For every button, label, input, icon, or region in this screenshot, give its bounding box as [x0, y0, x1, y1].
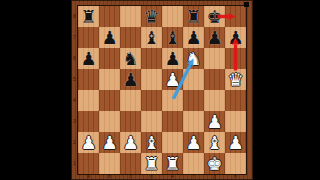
white-rook[interactable]: ♜ [162, 153, 183, 174]
square-g7[interactable]: ♟ [204, 27, 225, 48]
square-e3[interactable] [162, 111, 183, 132]
square-a4[interactable] [78, 90, 99, 111]
square-g8[interactable]: ♚ [204, 6, 225, 27]
square-f5[interactable] [183, 69, 204, 90]
rank-label-6: 6 [72, 56, 77, 61]
square-g2[interactable]: ♝ [204, 132, 225, 153]
square-b6[interactable] [99, 48, 120, 69]
black-rook[interactable]: ♜ [78, 6, 99, 27]
square-h5[interactable]: ♛ [225, 69, 246, 90]
rank-label-7: 7 [72, 35, 77, 40]
square-d2[interactable]: ♝ [141, 132, 162, 153]
black-bishop[interactable]: ♝ [162, 27, 183, 48]
rank-label-8: 8 [72, 14, 77, 19]
white-bishop[interactable]: ♝ [141, 132, 162, 153]
rank-label-2: 2 [72, 140, 77, 145]
black-pawn[interactable]: ♟ [162, 48, 183, 69]
square-b1[interactable] [99, 153, 120, 174]
corner-marker [244, 2, 249, 7]
square-b4[interactable] [99, 90, 120, 111]
square-b8[interactable] [99, 6, 120, 27]
square-d4[interactable] [141, 90, 162, 111]
file-label-a: a [78, 174, 99, 179]
file-label-c: c [120, 174, 141, 179]
square-g1[interactable]: ♚ [204, 153, 225, 174]
square-f2[interactable]: ♟ [183, 132, 204, 153]
square-f1[interactable] [183, 153, 204, 174]
white-rook[interactable]: ♜ [141, 153, 162, 174]
square-f6[interactable]: ♞ [183, 48, 204, 69]
white-pawn[interactable]: ♟ [99, 132, 120, 153]
rank-label-3: 3 [72, 119, 77, 124]
rank-label-4: 4 [72, 98, 77, 103]
square-a3[interactable] [78, 111, 99, 132]
video-frame: ♜♛♜♚♟♝♝♟♟♟♟♞♟♞♟♟♛♟♟♟♟♝♟♝♟♜♜♚ 87654321abc… [0, 0, 320, 180]
black-pawn[interactable]: ♟ [225, 27, 246, 48]
white-king[interactable]: ♚ [204, 153, 225, 174]
file-label-f: f [183, 174, 204, 179]
square-a5[interactable] [78, 69, 99, 90]
square-c1[interactable] [120, 153, 141, 174]
square-d1[interactable]: ♜ [141, 153, 162, 174]
square-e7[interactable]: ♝ [162, 27, 183, 48]
square-e6[interactable]: ♟ [162, 48, 183, 69]
square-d7[interactable]: ♝ [141, 27, 162, 48]
square-f8[interactable]: ♜ [183, 6, 204, 27]
square-e1[interactable]: ♜ [162, 153, 183, 174]
black-rook[interactable]: ♜ [183, 6, 204, 27]
square-b7[interactable]: ♟ [99, 27, 120, 48]
black-pawn[interactable]: ♟ [204, 27, 225, 48]
square-a7[interactable] [78, 27, 99, 48]
square-e8[interactable] [162, 6, 183, 27]
white-queen[interactable]: ♛ [225, 69, 246, 90]
square-c8[interactable] [120, 6, 141, 27]
square-a6[interactable]: ♟ [78, 48, 99, 69]
square-g4[interactable] [204, 90, 225, 111]
square-a8[interactable]: ♜ [78, 6, 99, 27]
square-c7[interactable] [120, 27, 141, 48]
square-h2[interactable]: ♟ [225, 132, 246, 153]
square-a2[interactable]: ♟ [78, 132, 99, 153]
square-g6[interactable] [204, 48, 225, 69]
square-f4[interactable] [183, 90, 204, 111]
black-pawn[interactable]: ♟ [183, 27, 204, 48]
square-g5[interactable] [204, 69, 225, 90]
white-pawn[interactable]: ♟ [120, 132, 141, 153]
square-h4[interactable] [225, 90, 246, 111]
black-queen[interactable]: ♛ [141, 6, 162, 27]
square-b3[interactable] [99, 111, 120, 132]
rank-label-5: 5 [72, 77, 77, 82]
square-h6[interactable] [225, 48, 246, 69]
white-bishop[interactable]: ♝ [204, 132, 225, 153]
white-pawn[interactable]: ♟ [183, 132, 204, 153]
white-knight[interactable]: ♞ [183, 48, 204, 69]
square-h3[interactable] [225, 111, 246, 132]
white-pawn[interactable]: ♟ [162, 69, 183, 90]
white-pawn[interactable]: ♟ [78, 132, 99, 153]
file-label-e: e [162, 174, 183, 179]
file-label-d: d [141, 174, 162, 179]
chess-board: ♜♛♜♚♟♝♝♟♟♟♟♞♟♞♟♟♛♟♟♟♟♝♟♝♟♜♜♚ 87654321abc… [71, 0, 253, 180]
square-d6[interactable] [141, 48, 162, 69]
square-c3[interactable] [120, 111, 141, 132]
square-c2[interactable]: ♟ [120, 132, 141, 153]
square-e4[interactable] [162, 90, 183, 111]
square-e5[interactable]: ♟ [162, 69, 183, 90]
square-d3[interactable] [141, 111, 162, 132]
square-f3[interactable] [183, 111, 204, 132]
square-g3[interactable]: ♟ [204, 111, 225, 132]
file-label-g: g [204, 174, 225, 179]
square-b5[interactable] [99, 69, 120, 90]
black-bishop[interactable]: ♝ [141, 27, 162, 48]
square-c6[interactable]: ♞ [120, 48, 141, 69]
square-h7[interactable]: ♟ [225, 27, 246, 48]
square-c4[interactable] [120, 90, 141, 111]
square-c5[interactable]: ♟ [120, 69, 141, 90]
square-a1[interactable] [78, 153, 99, 174]
black-king[interactable]: ♚ [204, 6, 225, 27]
square-e2[interactable] [162, 132, 183, 153]
square-h8[interactable] [225, 6, 246, 27]
black-pawn[interactable]: ♟ [99, 27, 120, 48]
square-h1[interactable] [225, 153, 246, 174]
file-label-h: h [225, 174, 246, 179]
white-pawn[interactable]: ♟ [225, 132, 246, 153]
square-d5[interactable] [141, 69, 162, 90]
file-label-b: b [99, 174, 120, 179]
white-pawn[interactable]: ♟ [204, 111, 225, 132]
black-pawn[interactable]: ♟ [78, 48, 99, 69]
square-f7[interactable]: ♟ [183, 27, 204, 48]
board-squares: ♜♛♜♚♟♝♝♟♟♟♟♞♟♞♟♟♛♟♟♟♟♝♟♝♟♜♜♚ [78, 6, 246, 174]
black-knight[interactable]: ♞ [120, 48, 141, 69]
square-b2[interactable]: ♟ [99, 132, 120, 153]
square-d8[interactable]: ♛ [141, 6, 162, 27]
rank-label-1: 1 [72, 161, 77, 166]
black-pawn[interactable]: ♟ [120, 69, 141, 90]
